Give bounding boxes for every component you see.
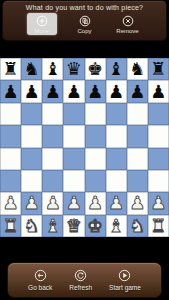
square-f4[interactable]	[106, 148, 127, 170]
square-d8[interactable]: ♛	[63, 58, 84, 80]
square-a7[interactable]: ♟	[0, 80, 21, 102]
square-c1[interactable]: ♝	[42, 215, 63, 237]
square-d6[interactable]	[63, 103, 84, 125]
square-d1[interactable]: ♛	[63, 215, 84, 237]
piece-white-rook: ♜	[150, 216, 166, 234]
piece-white-bishop: ♝	[45, 216, 61, 234]
square-d2[interactable]: ♟	[63, 192, 84, 214]
piece-white-pawn: ♟	[66, 194, 82, 212]
square-b6[interactable]	[21, 103, 42, 125]
piece-white-pawn: ♟	[150, 194, 166, 212]
square-a6[interactable]	[0, 103, 21, 125]
piece-white-king: ♚	[87, 216, 103, 234]
piece-black-bishop: ♝	[45, 60, 61, 78]
square-a8[interactable]: ♜	[0, 58, 21, 80]
piece-black-pawn: ♟	[45, 82, 61, 100]
piece-black-pawn: ♟	[2, 82, 18, 100]
piece-black-pawn: ♟	[129, 82, 145, 100]
square-b7[interactable]: ♟	[21, 80, 42, 102]
square-e7[interactable]: ♟	[85, 80, 106, 102]
square-f7[interactable]: ♟	[106, 80, 127, 102]
square-c6[interactable]	[42, 103, 63, 125]
piece-white-pawn: ♟	[45, 194, 61, 212]
piece-action-dialog: What do you want to do with piece? Move …	[2, 0, 167, 41]
piece-black-queen: ♛	[66, 60, 82, 78]
square-h6[interactable]	[148, 103, 169, 125]
square-a1[interactable]: ♜	[0, 215, 21, 237]
square-h5[interactable]	[148, 125, 169, 147]
piece-white-pawn: ♟	[108, 194, 124, 212]
go-back-button-label: Go back	[28, 284, 52, 291]
square-b2[interactable]: ♟	[21, 192, 42, 214]
dialog-button-row: Move Copy Remove	[3, 13, 166, 35]
piece-white-pawn: ♟	[129, 194, 145, 212]
copy-button-label: Copy	[77, 28, 91, 34]
square-b4[interactable]	[21, 148, 42, 170]
square-e2[interactable]: ♟	[85, 192, 106, 214]
piece-black-king: ♚	[87, 60, 103, 78]
square-b8[interactable]: ♞	[21, 58, 42, 80]
piece-black-rook: ♜	[150, 60, 166, 78]
piece-black-pawn: ♟	[24, 82, 40, 100]
move-icon	[36, 15, 48, 27]
square-f6[interactable]	[106, 103, 127, 125]
square-e3[interactable]	[85, 170, 106, 192]
square-f5[interactable]	[106, 125, 127, 147]
square-e4[interactable]	[85, 148, 106, 170]
piece-black-pawn: ♟	[150, 82, 166, 100]
remove-button[interactable]: Remove	[113, 13, 143, 35]
bottom-control-bar: Go back Refresh Start game	[7, 262, 162, 298]
piece-white-bishop: ♝	[108, 216, 124, 234]
move-button[interactable]: Move	[27, 13, 57, 35]
piece-white-knight: ♞	[129, 216, 145, 234]
square-f3[interactable]	[106, 170, 127, 192]
copy-button[interactable]: Copy	[70, 13, 100, 35]
chess-board: ♜♞♝♛♚♝♞♜♟♟♟♟♟♟♟♟♟♟♟♟♟♟♟♟♜♞♝♛♚♝♞♜	[0, 58, 169, 237]
square-g6[interactable]	[127, 103, 148, 125]
piece-white-pawn: ♟	[87, 194, 103, 212]
square-d7[interactable]: ♟	[63, 80, 84, 102]
refresh-button-label: Refresh	[69, 284, 92, 291]
square-a4[interactable]	[0, 148, 21, 170]
square-b3[interactable]	[21, 170, 42, 192]
piece-black-rook: ♜	[2, 60, 18, 78]
refresh-icon	[74, 269, 87, 282]
square-d5[interactable]	[63, 125, 84, 147]
square-h3[interactable]	[148, 170, 169, 192]
piece-black-pawn: ♟	[66, 82, 82, 100]
square-f8[interactable]: ♝	[106, 58, 127, 80]
piece-white-pawn: ♟	[24, 194, 40, 212]
square-c5[interactable]	[42, 125, 63, 147]
back-icon	[34, 269, 47, 282]
square-g5[interactable]	[127, 125, 148, 147]
square-d4[interactable]	[63, 148, 84, 170]
square-g3[interactable]	[127, 170, 148, 192]
square-h4[interactable]	[148, 148, 169, 170]
square-c4[interactable]	[42, 148, 63, 170]
dialog-title: What do you want to do with piece?	[3, 1, 166, 11]
piece-black-knight: ♞	[129, 60, 145, 78]
square-e8[interactable]: ♚	[85, 58, 106, 80]
copy-icon	[79, 15, 91, 27]
piece-white-queen: ♛	[66, 216, 82, 234]
square-g2[interactable]: ♟	[127, 192, 148, 214]
piece-black-pawn: ♟	[108, 82, 124, 100]
remove-icon	[122, 15, 134, 27]
square-g7[interactable]: ♟	[127, 80, 148, 102]
play-icon	[118, 269, 131, 282]
square-h2[interactable]: ♟	[148, 192, 169, 214]
move-button-label: Move	[34, 28, 49, 34]
square-h8[interactable]: ♜	[148, 58, 169, 80]
square-e6[interactable]	[85, 103, 106, 125]
square-f1[interactable]: ♝	[106, 215, 127, 237]
start-game-button-label: Start game	[109, 284, 141, 291]
square-b5[interactable]	[21, 125, 42, 147]
square-g4[interactable]	[127, 148, 148, 170]
square-f2[interactable]: ♟	[106, 192, 127, 214]
square-a5[interactable]	[0, 125, 21, 147]
refresh-button[interactable]: Refresh	[67, 268, 94, 292]
piece-white-rook: ♜	[2, 216, 18, 234]
square-h7[interactable]: ♟	[148, 80, 169, 102]
piece-white-knight: ♞	[24, 216, 40, 234]
start-game-button[interactable]: Start game	[107, 268, 143, 292]
square-c8[interactable]: ♝	[42, 58, 63, 80]
square-d3[interactable]	[63, 170, 84, 192]
square-a3[interactable]	[0, 170, 21, 192]
piece-black-bishop: ♝	[108, 60, 124, 78]
piece-black-pawn: ♟	[87, 82, 103, 100]
square-a2[interactable]: ♟	[0, 192, 21, 214]
square-h1[interactable]: ♜	[148, 215, 169, 237]
piece-white-pawn: ♟	[2, 194, 18, 212]
go-back-button[interactable]: Go back	[26, 268, 54, 292]
piece-black-knight: ♞	[24, 60, 40, 78]
square-e1[interactable]: ♚	[85, 215, 106, 237]
square-c2[interactable]: ♟	[42, 192, 63, 214]
square-c7[interactable]: ♟	[42, 80, 63, 102]
square-e5[interactable]	[85, 125, 106, 147]
square-g1[interactable]: ♞	[127, 215, 148, 237]
square-g8[interactable]: ♞	[127, 58, 148, 80]
remove-button-label: Remove	[116, 28, 138, 34]
square-c3[interactable]	[42, 170, 63, 192]
square-b1[interactable]: ♞	[21, 215, 42, 237]
